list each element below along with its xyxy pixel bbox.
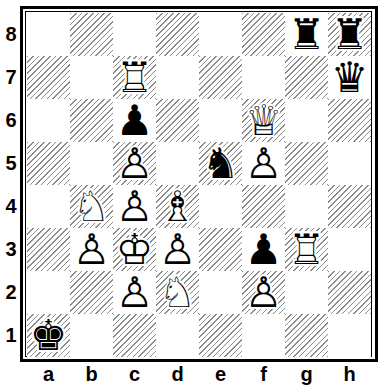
- piece-wP-c4[interactable]: ♟♙: [113, 185, 156, 228]
- square-g8[interactable]: ♜♜: [285, 13, 328, 56]
- square-h6[interactable]: [328, 99, 371, 142]
- square-c4[interactable]: ♟♙: [113, 185, 156, 228]
- square-e6[interactable]: [199, 99, 242, 142]
- square-a4[interactable]: [27, 185, 70, 228]
- square-d2[interactable]: ♞♘: [156, 271, 199, 314]
- square-c6[interactable]: ♟♟: [113, 99, 156, 142]
- square-e8[interactable]: [199, 13, 242, 56]
- piece-bQ-h7[interactable]: ♛♛: [328, 56, 371, 99]
- square-b6[interactable]: [70, 99, 113, 142]
- square-c1[interactable]: [113, 314, 156, 357]
- square-h8[interactable]: ♜♜: [328, 13, 371, 56]
- square-g2[interactable]: [285, 271, 328, 314]
- file-label-d: d: [156, 360, 199, 388]
- rank-label-4: 4: [0, 185, 22, 228]
- square-g4[interactable]: [285, 185, 328, 228]
- square-g6[interactable]: [285, 99, 328, 142]
- chess-diagram: ♜♜♜♜♜♖♛♛♟♟♛♕♟♙♞♞♟♙♞♘♟♙♝♗♟♙♚♔♟♙♟♟♜♖♟♙♞♘♟♙…: [0, 0, 386, 391]
- square-g3[interactable]: ♜♖: [285, 228, 328, 271]
- piece-glyph: ♕: [242, 99, 285, 142]
- piece-glyph: ♞: [199, 142, 242, 185]
- piece-wP-d3[interactable]: ♟♙: [156, 228, 199, 271]
- piece-bR-g8[interactable]: ♜♜: [285, 13, 328, 56]
- square-c3[interactable]: ♚♔: [113, 228, 156, 271]
- piece-glyph: ♛: [328, 56, 371, 99]
- square-a1[interactable]: ♚♚: [27, 314, 70, 357]
- piece-glyph: ♙: [156, 228, 199, 271]
- square-g5[interactable]: [285, 142, 328, 185]
- piece-wK-c3[interactable]: ♚♔: [113, 228, 156, 271]
- piece-bK-a1[interactable]: ♚♚: [27, 314, 70, 357]
- piece-bN-e5[interactable]: ♞♞: [199, 142, 242, 185]
- piece-wN-b4[interactable]: ♞♘: [70, 185, 113, 228]
- piece-wP-f5[interactable]: ♟♙: [242, 142, 285, 185]
- file-label-c: c: [113, 360, 156, 388]
- square-h5[interactable]: [328, 142, 371, 185]
- square-f1[interactable]: [242, 314, 285, 357]
- square-a3[interactable]: [27, 228, 70, 271]
- square-h2[interactable]: [328, 271, 371, 314]
- rank-label-2: 2: [0, 271, 22, 314]
- square-a6[interactable]: [27, 99, 70, 142]
- square-f6[interactable]: ♛♕: [242, 99, 285, 142]
- piece-glyph: ♚: [27, 314, 70, 357]
- piece-glyph: ♙: [242, 271, 285, 314]
- file-label-h: h: [328, 360, 371, 388]
- square-a8[interactable]: [27, 13, 70, 56]
- square-e7[interactable]: [199, 56, 242, 99]
- square-b2[interactable]: [70, 271, 113, 314]
- piece-wP-c5[interactable]: ♟♙: [113, 142, 156, 185]
- square-e4[interactable]: [199, 185, 242, 228]
- piece-glyph: ♙: [113, 271, 156, 314]
- file-label-b: b: [70, 360, 113, 388]
- piece-wP-f2[interactable]: ♟♙: [242, 271, 285, 314]
- piece-glyph: ♙: [113, 185, 156, 228]
- square-f3[interactable]: ♟♟: [242, 228, 285, 271]
- piece-glyph: ♙: [70, 228, 113, 271]
- square-f4[interactable]: [242, 185, 285, 228]
- square-f2[interactable]: ♟♙: [242, 271, 285, 314]
- piece-wN-d2[interactable]: ♞♘: [156, 271, 199, 314]
- rank-label-6: 6: [0, 99, 22, 142]
- piece-wP-b3[interactable]: ♟♙: [70, 228, 113, 271]
- piece-glyph: ♟: [242, 228, 285, 271]
- file-label-f: f: [242, 360, 285, 388]
- piece-glyph: ♙: [113, 142, 156, 185]
- square-d6[interactable]: [156, 99, 199, 142]
- square-f5[interactable]: ♟♙: [242, 142, 285, 185]
- piece-glyph: ♖: [285, 228, 328, 271]
- square-c8[interactable]: [113, 13, 156, 56]
- piece-glyph: ♜: [285, 13, 328, 56]
- square-c5[interactable]: ♟♙: [113, 142, 156, 185]
- piece-glyph: ♟: [113, 99, 156, 142]
- square-a7[interactable]: [27, 56, 70, 99]
- square-d4[interactable]: ♝♗: [156, 185, 199, 228]
- square-c7[interactable]: ♜♖: [113, 56, 156, 99]
- file-label-g: g: [285, 360, 328, 388]
- square-h4[interactable]: [328, 185, 371, 228]
- piece-glyph: ♙: [242, 142, 285, 185]
- piece-glyph: ♔: [113, 228, 156, 271]
- square-f8[interactable]: [242, 13, 285, 56]
- square-a5[interactable]: [27, 142, 70, 185]
- piece-bR-h8[interactable]: ♜♜: [328, 13, 371, 56]
- square-h3[interactable]: [328, 228, 371, 271]
- piece-wQ-f6[interactable]: ♛♕: [242, 99, 285, 142]
- square-e3[interactable]: [199, 228, 242, 271]
- piece-glyph: ♘: [70, 185, 113, 228]
- square-g1[interactable]: [285, 314, 328, 357]
- rank-label-8: 8: [0, 13, 22, 56]
- piece-wP-c2[interactable]: ♟♙: [113, 271, 156, 314]
- rank-label-1: 1: [0, 314, 22, 357]
- piece-wR-c7[interactable]: ♜♖: [113, 56, 156, 99]
- square-e5[interactable]: ♞♞: [199, 142, 242, 185]
- piece-glyph: ♗: [156, 185, 199, 228]
- square-h1[interactable]: [328, 314, 371, 357]
- square-e2[interactable]: [199, 271, 242, 314]
- rank-label-7: 7: [0, 56, 22, 99]
- piece-wR-g3[interactable]: ♜♖: [285, 228, 328, 271]
- piece-glyph: ♘: [156, 271, 199, 314]
- chess-board: ♜♜♜♜♜♖♛♛♟♟♛♕♟♙♞♞♟♙♞♘♟♙♝♗♟♙♚♔♟♙♟♟♜♖♟♙♞♘♟♙…: [27, 13, 371, 357]
- piece-bP-c6[interactable]: ♟♟: [113, 99, 156, 142]
- piece-glyph: ♖: [113, 56, 156, 99]
- square-d1[interactable]: [156, 314, 199, 357]
- square-g7[interactable]: [285, 56, 328, 99]
- piece-wB-d4[interactable]: ♝♗: [156, 185, 199, 228]
- square-d5[interactable]: [156, 142, 199, 185]
- square-b4[interactable]: ♞♘: [70, 185, 113, 228]
- rank-label-3: 3: [0, 228, 22, 271]
- square-d7[interactable]: [156, 56, 199, 99]
- square-a2[interactable]: [27, 271, 70, 314]
- piece-bP-f3[interactable]: ♟♟: [242, 228, 285, 271]
- piece-glyph: ♜: [328, 13, 371, 56]
- square-e1[interactable]: [199, 314, 242, 357]
- square-b7[interactable]: [70, 56, 113, 99]
- square-d8[interactable]: [156, 13, 199, 56]
- square-b5[interactable]: [70, 142, 113, 185]
- square-h7[interactable]: ♛♛: [328, 56, 371, 99]
- square-b8[interactable]: [70, 13, 113, 56]
- square-d3[interactable]: ♟♙: [156, 228, 199, 271]
- rank-label-5: 5: [0, 142, 22, 185]
- square-b3[interactable]: ♟♙: [70, 228, 113, 271]
- square-b1[interactable]: [70, 314, 113, 357]
- square-c2[interactable]: ♟♙: [113, 271, 156, 314]
- file-label-e: e: [199, 360, 242, 388]
- square-f7[interactable]: [242, 56, 285, 99]
- file-label-a: a: [27, 360, 70, 388]
